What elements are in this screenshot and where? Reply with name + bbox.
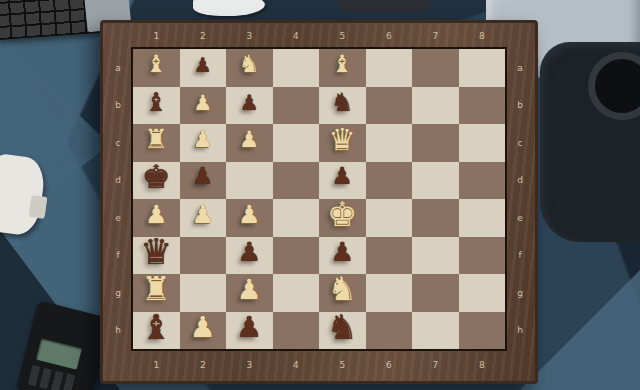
coord-label-1: 1	[133, 26, 180, 46]
square-c8	[459, 124, 506, 162]
black-queen: ♛	[140, 234, 172, 270]
square-h7	[412, 312, 459, 350]
square-a2: ♟	[180, 49, 227, 87]
coord-label-6: 6	[366, 26, 413, 46]
square-g5: ♞	[319, 274, 366, 312]
square-g4	[273, 274, 320, 312]
coord-label-f: f	[107, 237, 129, 275]
white-rook: ♜	[142, 273, 172, 306]
chess-board: 12345678 12345678 abcdefgh abcdefgh ♝♟♞♝…	[100, 20, 538, 384]
square-g2	[180, 274, 227, 312]
coord-label-c: c	[107, 124, 129, 162]
square-c4	[273, 124, 320, 162]
white-pawn: ♟	[193, 92, 212, 113]
black-bishop: ♝	[141, 310, 172, 344]
square-h8	[459, 312, 506, 350]
coord-label-f: f	[509, 237, 531, 275]
square-e5: ♚	[319, 199, 366, 237]
square-e4	[273, 199, 320, 237]
coord-label-4: 4	[273, 26, 320, 46]
remote-screen	[36, 338, 82, 370]
square-g1: ♜	[133, 274, 180, 312]
square-h5: ♞	[319, 312, 366, 350]
square-f8	[459, 237, 506, 275]
coord-label-e: e	[107, 199, 129, 237]
black-pawn: ♟	[330, 239, 354, 265]
file-labels-right: abcdefgh	[509, 49, 531, 349]
square-a7	[412, 49, 459, 87]
coord-label-6: 6	[366, 353, 413, 377]
rank-labels-bottom: 12345678	[133, 353, 505, 377]
square-g3: ♟	[226, 274, 273, 312]
black-bishop: ♝	[145, 90, 168, 115]
square-b8	[459, 87, 506, 125]
white-pawn: ♟	[192, 202, 215, 227]
square-e6	[366, 199, 413, 237]
black-pawn: ♟	[192, 165, 213, 189]
coord-label-h: h	[107, 312, 129, 350]
remote-control	[16, 300, 110, 390]
square-c5: ♛	[319, 124, 366, 162]
square-f7	[412, 237, 459, 275]
square-f2	[180, 237, 227, 275]
crumpled-paper	[193, 0, 265, 16]
square-d8	[459, 162, 506, 200]
square-h2: ♟	[180, 312, 227, 350]
square-e8	[459, 199, 506, 237]
coord-label-2: 2	[180, 26, 227, 46]
square-h1: ♝	[133, 312, 180, 350]
square-h4	[273, 312, 320, 350]
file-labels-left: abcdefgh	[107, 49, 129, 349]
coord-label-5: 5	[319, 353, 366, 377]
square-g8	[459, 274, 506, 312]
white-queen: ♛	[329, 125, 356, 156]
black-pawn: ♟	[240, 92, 259, 113]
black-knight: ♞	[331, 90, 354, 115]
white-pawn: ♟	[237, 276, 262, 304]
square-d7	[412, 162, 459, 200]
coord-label-d: d	[107, 162, 129, 200]
white-pawn: ♟	[238, 202, 261, 227]
black-pawn: ♟	[236, 313, 262, 342]
square-a8	[459, 49, 506, 87]
square-d5: ♟	[319, 162, 366, 200]
black-knight: ♞	[327, 310, 358, 344]
dark-object	[338, 0, 430, 12]
square-e3: ♟	[226, 199, 273, 237]
square-d3	[226, 162, 273, 200]
coord-label-a: a	[107, 49, 129, 87]
square-a3: ♞	[226, 49, 273, 87]
coord-label-g: g	[107, 274, 129, 312]
square-d4	[273, 162, 320, 200]
square-g7	[412, 274, 459, 312]
square-b1: ♝	[133, 87, 180, 125]
coord-label-1: 1	[133, 353, 180, 377]
black-pawn: ♟	[332, 165, 353, 189]
carpet-triangle	[520, 270, 640, 390]
square-b7	[412, 87, 459, 125]
square-a4	[273, 49, 320, 87]
coord-label-5: 5	[319, 26, 366, 46]
square-d2: ♟	[180, 162, 227, 200]
white-bishop: ♝	[332, 53, 353, 77]
photo-scene: 12345678 12345678 abcdefgh abcdefgh ♝♟♞♝…	[0, 0, 640, 390]
square-f6	[366, 237, 413, 275]
coord-label-3: 3	[226, 353, 273, 377]
square-b5: ♞	[319, 87, 366, 125]
white-king: ♚	[327, 198, 357, 232]
square-b3: ♟	[226, 87, 273, 125]
black-pawn: ♟	[194, 55, 212, 75]
coord-label-8: 8	[459, 26, 506, 46]
square-f4	[273, 237, 320, 275]
rank-labels-top: 12345678	[133, 26, 505, 46]
square-h6	[366, 312, 413, 350]
coord-label-3: 3	[226, 26, 273, 46]
white-knight: ♞	[328, 273, 358, 306]
white-bishop: ♝	[146, 53, 167, 77]
square-c1: ♜	[133, 124, 180, 162]
square-b6	[366, 87, 413, 125]
coord-label-c: c	[509, 124, 531, 162]
white-rook: ♜	[144, 126, 168, 153]
black-king: ♚	[142, 161, 171, 193]
white-pawn: ♟	[193, 128, 213, 151]
coord-label-7: 7	[412, 353, 459, 377]
coord-label-h: h	[509, 312, 531, 350]
coord-label-2: 2	[180, 353, 227, 377]
square-h3: ♟	[226, 312, 273, 350]
coord-label-b: b	[107, 87, 129, 125]
coord-label-e: e	[509, 199, 531, 237]
square-a1: ♝	[133, 49, 180, 87]
square-c2: ♟	[180, 124, 227, 162]
coord-label-4: 4	[273, 353, 320, 377]
square-e2: ♟	[180, 199, 227, 237]
coord-label-7: 7	[412, 26, 459, 46]
square-a5: ♝	[319, 49, 366, 87]
square-c7	[412, 124, 459, 162]
square-b4	[273, 87, 320, 125]
white-pawn: ♟	[145, 202, 168, 227]
square-c6	[366, 124, 413, 162]
board-grid: ♝♟♞♝♝♟♟♞♜♟♟♛♚♟♟♟♟♟♚♛♟♟♜♟♞♝♟♟♞	[133, 49, 505, 349]
coord-label-a: a	[509, 49, 531, 87]
square-b2: ♟	[180, 87, 227, 125]
square-d1: ♚	[133, 162, 180, 200]
white-bottle	[0, 153, 47, 237]
square-f3: ♟	[226, 237, 273, 275]
black-pawn: ♟	[237, 239, 261, 265]
white-pawn: ♟	[239, 128, 259, 151]
white-pawn: ♟	[190, 313, 216, 342]
coord-label-8: 8	[459, 353, 506, 377]
coord-label-d: d	[509, 162, 531, 200]
square-d6	[366, 162, 413, 200]
bottle-cap	[29, 195, 48, 219]
remote-buttons	[28, 365, 79, 390]
coord-label-b: b	[509, 87, 531, 125]
square-e7	[412, 199, 459, 237]
square-c3: ♟	[226, 124, 273, 162]
square-g6	[366, 274, 413, 312]
white-knight: ♞	[239, 53, 260, 77]
square-a6	[366, 49, 413, 87]
coord-label-g: g	[509, 274, 531, 312]
